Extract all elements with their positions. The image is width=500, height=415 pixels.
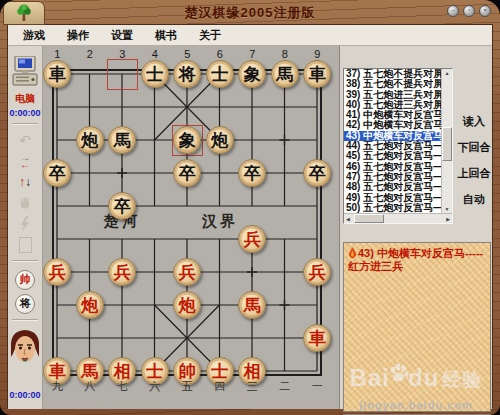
piece-red-兵[interactable]: 兵 xyxy=(173,258,201,286)
computer-timer: 0:00:00 xyxy=(9,108,40,118)
opening-list-item[interactable]: 39) 五七炮进三兵对屏 xyxy=(344,90,441,100)
opening-list-item[interactable]: 37) 五七炮不提兵对屏 xyxy=(344,69,441,79)
piece-black-卒[interactable]: 卒 xyxy=(108,192,136,220)
hscroll-thumb[interactable] xyxy=(354,214,384,223)
piece-black-象[interactable]: 象 xyxy=(173,126,201,154)
menu-item-0[interactable]: 游戏 xyxy=(12,28,56,43)
piece-red-馬[interactable]: 馬 xyxy=(238,291,266,319)
hand-icon xyxy=(18,192,32,213)
sidebar-divider xyxy=(12,319,38,321)
auto-button[interactable]: 自动 xyxy=(454,192,494,207)
opening-list-item[interactable]: 41) 中炮横车对反宫马 xyxy=(344,110,441,120)
piece-red-炮[interactable]: 炮 xyxy=(173,291,201,319)
opening-list-item[interactable]: 44) 五七炮对反宫马— xyxy=(344,141,441,151)
piece-red-兵[interactable]: 兵 xyxy=(108,258,136,286)
prev-round-button[interactable]: 上回合 xyxy=(454,166,494,181)
player-timer: 0:00:00 xyxy=(9,390,40,400)
swap-sides-icon[interactable]: →← xyxy=(20,150,30,171)
app-window: 楚汉棋缘2005注册版 –▫× 游戏操作设置棋书关于 xyxy=(0,0,500,415)
menu-item-3[interactable]: 棋书 xyxy=(144,28,188,43)
move-order-icon[interactable]: ↑↓ xyxy=(19,171,31,192)
annotation-panel: 43) 中炮横车对反宫马-----红方进三兵 xyxy=(343,242,491,412)
opening-list-item[interactable]: 38) 五七炮不提兵对屏 xyxy=(344,79,441,89)
title-bar: 楚汉棋缘2005注册版 –▫× xyxy=(0,0,500,24)
close-button[interactable]: × xyxy=(479,5,491,17)
opening-list-item[interactable]: 47) 五七炮对反宫马— xyxy=(344,172,441,182)
next-round-button[interactable]: 下回合 xyxy=(454,140,494,155)
opening-list-item[interactable]: 45) 五七炮对反宫马— xyxy=(344,151,441,161)
annotation-text: 43) 中炮横车对反宫马-----红方进三兵 xyxy=(344,243,490,273)
control-buttons: 读入 下回合 上回合 自动 xyxy=(454,114,494,218)
piece-black-車[interactable]: 車 xyxy=(303,60,331,88)
board-bottom-file-labels: 九八七六五四三二一 xyxy=(43,379,334,394)
read-in-button[interactable]: 读入 xyxy=(454,114,494,129)
piece-black-馬[interactable]: 馬 xyxy=(271,60,299,88)
window-content: 游戏操作设置棋书关于 电脑 0:00: xyxy=(7,24,493,408)
piece-black-士[interactable]: 士 xyxy=(206,60,234,88)
opening-list-items: 37) 五七炮不提兵对屏38) 五七炮不提兵对屏39) 五七炮进三兵对屏40) … xyxy=(344,69,441,213)
player-name: n2 xyxy=(19,377,30,388)
piece-red-兵[interactable]: 兵 xyxy=(43,258,71,286)
opening-list-item[interactable]: 48) 五七炮对反宫马— xyxy=(344,182,441,192)
sidebar-divider xyxy=(12,260,38,262)
opening-list-item[interactable]: 43) 中炮横车对反宫马 xyxy=(344,131,441,141)
piece-black-炮[interactable]: 炮 xyxy=(206,126,234,154)
opening-list-item[interactable]: 50) 五七炮对反宫马— xyxy=(344,203,441,213)
choose-black-side-button[interactable]: 将 xyxy=(15,294,35,314)
piece-black-士[interactable]: 士 xyxy=(141,60,169,88)
piece-red-兵[interactable]: 兵 xyxy=(238,225,266,253)
undo-icon[interactable]: ↶ xyxy=(19,129,31,150)
menu-item-4[interactable]: 关于 xyxy=(188,28,232,43)
menu-item-2[interactable]: 设置 xyxy=(100,28,144,43)
menu-bar: 游戏操作设置棋书关于 xyxy=(8,25,492,46)
vscroll-thumb[interactable] xyxy=(442,127,452,162)
computer-label: 电脑 xyxy=(15,92,35,106)
piece-black-車[interactable]: 車 xyxy=(43,60,71,88)
page-icon xyxy=(19,234,32,255)
opening-list-item[interactable]: 46) 五七炮对反宫马— xyxy=(344,162,441,172)
piece-red-炮[interactable]: 炮 xyxy=(76,291,104,319)
piece-black-馬[interactable]: 馬 xyxy=(108,126,136,154)
piece-black-卒[interactable]: 卒 xyxy=(173,159,201,187)
piece-black-炮[interactable]: 炮 xyxy=(76,126,104,154)
main-area: 电脑 0:00:00 ↶ →← ↑↓ xyxy=(8,46,492,409)
maximize-button[interactable]: ▫ xyxy=(463,5,475,17)
piece-black-卒[interactable]: 卒 xyxy=(238,159,266,187)
window-title: 楚汉棋缘2005注册版 xyxy=(0,4,500,22)
xiangqi-board: 123456789 楚河 汉界 車士将士象馬車炮馬象炮卒卒卒卒卒兵兵兵兵兵炮炮馬… xyxy=(43,46,340,409)
piece-black-象[interactable]: 象 xyxy=(238,60,266,88)
piece-red-車[interactable]: 車 xyxy=(303,324,331,352)
piece-black-卒[interactable]: 卒 xyxy=(43,159,71,187)
lightning-icon xyxy=(19,213,31,234)
opening-list: 37) 五七炮不提兵对屏38) 五七炮不提兵对屏39) 五七炮进三兵对屏40) … xyxy=(343,68,453,224)
right-panel: 37) 五七炮不提兵对屏38) 五七炮不提兵对屏39) 五七炮进三兵对屏40) … xyxy=(340,46,492,409)
sidebar-divider xyxy=(12,123,38,125)
horizontal-scrollbar[interactable]: ◀ ▶ xyxy=(344,213,452,223)
opening-list-item[interactable]: 42) 中炮横车对反宫马 xyxy=(344,120,441,130)
flame-icon xyxy=(348,247,357,259)
player-avatar xyxy=(9,327,41,375)
computer-icon xyxy=(11,54,39,90)
piece-grid: 車士将士象馬車炮馬象炮卒卒卒卒卒兵兵兵兵兵炮炮馬車車馬相士帥士相 xyxy=(43,58,334,388)
vertical-scrollbar[interactable]: ▲ ▼ xyxy=(441,69,452,213)
opening-list-item[interactable]: 49) 五七炮对反宫马— xyxy=(344,193,441,203)
piece-black-卒[interactable]: 卒 xyxy=(303,159,331,187)
window-buttons: –▫× xyxy=(447,5,491,17)
piece-red-兵[interactable]: 兵 xyxy=(303,258,331,286)
choose-red-side-button[interactable]: 帅 xyxy=(15,270,35,290)
piece-black-将[interactable]: 将 xyxy=(173,60,201,88)
minimize-button[interactable]: – xyxy=(447,5,459,17)
menu-item-1[interactable]: 操作 xyxy=(56,28,100,43)
sidebar: 电脑 0:00:00 ↶ →← ↑↓ xyxy=(8,46,43,409)
opening-list-item[interactable]: 40) 五七炮进三兵对屏 xyxy=(344,100,441,110)
